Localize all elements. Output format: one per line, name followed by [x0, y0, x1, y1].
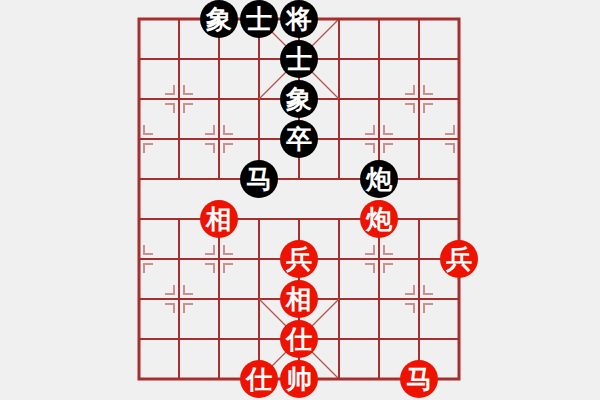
red-horse[interactable]: 马	[400, 360, 438, 398]
board-point: 兵	[279, 239, 319, 279]
board-grid[interactable]: 象士将士象卒马炮相炮兵兵相仕仕帅马	[119, 0, 479, 399]
red-general[interactable]: 帅	[280, 360, 318, 398]
board-point: 卒	[279, 119, 319, 159]
xiangqi-app: 象士将士象卒马炮相炮兵兵相仕仕帅马	[0, 0, 600, 400]
board-point: 兵	[439, 239, 479, 279]
board-point: 士	[239, 0, 279, 39]
red-cannon[interactable]: 炮	[360, 200, 398, 238]
red-advisor[interactable]: 仕	[240, 360, 278, 398]
black-advisor[interactable]: 士	[280, 40, 318, 78]
board-point: 将	[279, 0, 319, 39]
board-point: 炮	[359, 199, 399, 239]
board-point: 仕	[279, 319, 319, 359]
board-point: 帅	[279, 359, 319, 399]
board-point: 炮	[359, 159, 399, 199]
red-soldier[interactable]: 兵	[280, 240, 318, 278]
board-point: 士	[279, 39, 319, 79]
board-point: 相	[199, 199, 239, 239]
black-general[interactable]: 将	[280, 0, 318, 38]
board-point: 马	[239, 159, 279, 199]
red-soldier[interactable]: 兵	[440, 240, 478, 278]
red-advisor[interactable]: 仕	[280, 320, 318, 358]
board-point: 象	[279, 79, 319, 119]
black-elephant[interactable]: 象	[200, 0, 238, 38]
black-cannon[interactable]: 炮	[360, 160, 398, 198]
board-point: 马	[399, 359, 439, 399]
board-point: 相	[279, 279, 319, 319]
board-point: 仕	[239, 359, 279, 399]
black-soldier[interactable]: 卒	[280, 120, 318, 158]
black-elephant[interactable]: 象	[280, 80, 318, 118]
black-horse[interactable]: 马	[240, 160, 278, 198]
board-point: 象	[199, 0, 239, 39]
red-elephant[interactable]: 相	[280, 280, 318, 318]
red-elephant[interactable]: 相	[200, 200, 238, 238]
black-advisor[interactable]: 士	[240, 0, 278, 38]
